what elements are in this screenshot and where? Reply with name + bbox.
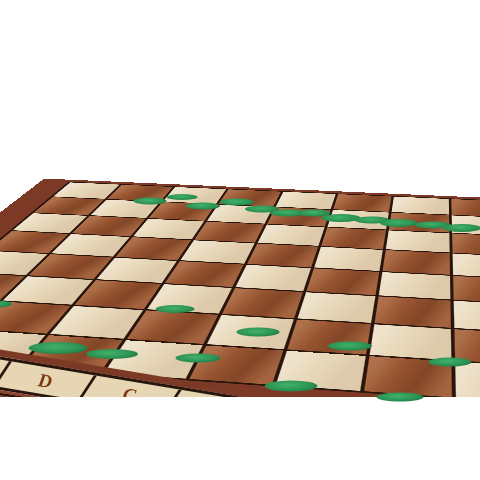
felt-pad bbox=[176, 354, 221, 363]
light-pawn: ♟ bbox=[433, 224, 480, 306]
felt-pad bbox=[134, 198, 167, 205]
light-pawn: ♟ bbox=[203, 205, 269, 279]
light-pawn: ♟ bbox=[150, 200, 215, 272]
light-queen: ♛ bbox=[399, 222, 480, 396]
felt-pad bbox=[237, 328, 280, 337]
felt-pad bbox=[377, 393, 424, 402]
light-king: ♚ bbox=[341, 217, 480, 400]
felt-pad bbox=[0, 301, 12, 308]
felt-pad bbox=[328, 342, 372, 351]
felt-pad bbox=[443, 224, 480, 232]
light-bishop: ♝ bbox=[288, 212, 400, 337]
chess-set-photo: EDCBA ♟♜♟♞♟♝♟♚♟♛♟♝♟♟♟♟♚♛♝♟♞♜ bbox=[0, 0, 480, 480]
felt-pad bbox=[429, 358, 472, 367]
light-pawn: ♟ bbox=[262, 208, 328, 282]
felt-pad bbox=[167, 194, 198, 200]
light-pawn: ♟ bbox=[372, 219, 443, 298]
felt-pad bbox=[186, 203, 220, 210]
felt-pad bbox=[220, 199, 254, 206]
felt-pad bbox=[86, 349, 138, 359]
felt-pad bbox=[380, 219, 418, 227]
photo-crop-mask bbox=[0, 397, 480, 480]
felt-pad bbox=[265, 381, 318, 392]
felt-pad bbox=[29, 342, 88, 354]
file-letter: D bbox=[36, 369, 53, 393]
light-bishop: ♝ bbox=[462, 227, 480, 363]
felt-pad bbox=[156, 305, 195, 313]
